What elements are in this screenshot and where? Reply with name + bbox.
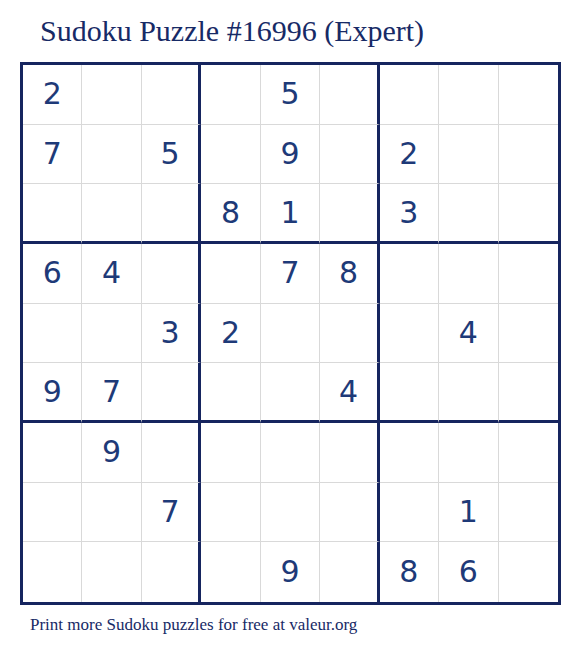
given-digit: 5 [280,79,299,109]
sudoku-cell-r4c6[interactable]: 8 [320,244,379,304]
sudoku-cell-r9c8[interactable]: 6 [439,542,498,602]
sudoku-cell-r2c3[interactable]: 5 [142,125,201,185]
sudoku-cell-r4c7[interactable] [380,244,439,304]
sudoku-cell-r1c5[interactable]: 5 [261,65,320,125]
sudoku-cell-r7c2[interactable]: 9 [82,423,141,483]
sudoku-cell-r4c1[interactable]: 6 [23,244,82,304]
given-digit: 9 [102,437,121,467]
sudoku-cell-r5c1[interactable] [23,304,82,364]
sudoku-cell-r5c5[interactable] [261,304,320,364]
given-digit: 5 [161,139,180,169]
given-digit: 3 [161,318,180,348]
given-digit: 7 [43,139,62,169]
sudoku-cell-r8c1[interactable] [23,483,82,543]
sudoku-cell-r8c9[interactable] [499,483,558,543]
sudoku-cell-r8c5[interactable] [261,483,320,543]
given-digit: 9 [280,139,299,169]
sudoku-cell-r9c5[interactable]: 9 [261,542,320,602]
sudoku-cell-r3c8[interactable] [439,184,498,244]
sudoku-cell-r1c3[interactable] [142,65,201,125]
sudoku-cell-r6c5[interactable] [261,363,320,423]
sudoku-cell-r3c5[interactable]: 1 [261,184,320,244]
given-digit: 4 [102,258,121,288]
given-digit: 8 [399,557,418,587]
given-digit: 2 [221,318,240,348]
sudoku-cell-r5c9[interactable] [499,304,558,364]
sudoku-cell-r1c4[interactable] [201,65,260,125]
sudoku-cell-r5c8[interactable]: 4 [439,304,498,364]
sudoku-cell-r7c7[interactable] [380,423,439,483]
sudoku-cell-r7c4[interactable] [201,423,260,483]
sudoku-cell-r4c9[interactable] [499,244,558,304]
sudoku-cell-r6c2[interactable]: 7 [82,363,141,423]
sudoku-cell-r7c1[interactable] [23,423,82,483]
sudoku-cell-r6c9[interactable] [499,363,558,423]
given-digit: 7 [161,497,180,527]
sudoku-cell-r6c1[interactable]: 9 [23,363,82,423]
sudoku-cell-r2c6[interactable] [320,125,379,185]
given-digit: 9 [43,377,62,407]
sudoku-board: 2575928136478324974971986 [20,62,561,605]
sudoku-cell-r8c8[interactable]: 1 [439,483,498,543]
sudoku-cell-r7c6[interactable] [320,423,379,483]
sudoku-cell-r2c5[interactable]: 9 [261,125,320,185]
sudoku-cell-r6c4[interactable] [201,363,260,423]
page-title: Sudoku Puzzle #16996 (Expert) [40,14,424,48]
sudoku-cell-r4c2[interactable]: 4 [82,244,141,304]
sudoku-cell-r4c3[interactable] [142,244,201,304]
footer-text: Print more Sudoku puzzles for free at va… [30,615,357,635]
sudoku-cell-r8c2[interactable] [82,483,141,543]
sudoku-cell-r5c7[interactable] [380,304,439,364]
sudoku-cell-r2c9[interactable] [499,125,558,185]
sudoku-cell-r1c9[interactable] [499,65,558,125]
sudoku-cell-r9c1[interactable] [23,542,82,602]
sudoku-cell-r2c8[interactable] [439,125,498,185]
given-digit: 6 [459,557,478,587]
sudoku-cell-r5c2[interactable] [82,304,141,364]
sudoku-cell-r8c6[interactable] [320,483,379,543]
sudoku-cell-r4c8[interactable] [439,244,498,304]
sudoku-cell-r1c8[interactable] [439,65,498,125]
sudoku-cell-r1c7[interactable] [380,65,439,125]
sudoku-cell-r3c4[interactable]: 8 [201,184,260,244]
sudoku-cell-r6c3[interactable] [142,363,201,423]
sudoku-cell-r3c7[interactable]: 3 [380,184,439,244]
given-digit: 2 [399,139,418,169]
given-digit: 6 [43,258,62,288]
sudoku-cell-r7c9[interactable] [499,423,558,483]
given-digit: 4 [459,318,478,348]
given-digit: 4 [339,377,358,407]
sudoku-cell-r9c9[interactable] [499,542,558,602]
sudoku-cell-r9c6[interactable] [320,542,379,602]
sudoku-cell-r3c2[interactable] [82,184,141,244]
sudoku-cell-r9c4[interactable] [201,542,260,602]
sudoku-cell-r1c2[interactable] [82,65,141,125]
given-digit: 7 [280,258,299,288]
sudoku-cell-r3c3[interactable] [142,184,201,244]
sudoku-cell-r4c5[interactable]: 7 [261,244,320,304]
sudoku-cell-r9c2[interactable] [82,542,141,602]
given-digit: 1 [280,198,299,228]
sudoku-cell-r5c6[interactable] [320,304,379,364]
sudoku-cell-r2c7[interactable]: 2 [380,125,439,185]
sudoku-cell-r4c4[interactable] [201,244,260,304]
given-digit: 3 [399,198,418,228]
sudoku-cell-r9c7[interactable]: 8 [380,542,439,602]
given-digit: 8 [221,198,240,228]
sudoku-cell-r6c8[interactable] [439,363,498,423]
sudoku-cell-r3c1[interactable] [23,184,82,244]
given-digit: 1 [459,497,478,527]
sudoku-cell-r2c1[interactable]: 7 [23,125,82,185]
sudoku-cell-r1c1[interactable]: 2 [23,65,82,125]
given-digit: 2 [43,79,62,109]
given-digit: 8 [339,258,358,288]
sudoku-cell-r2c4[interactable] [201,125,260,185]
sudoku-cell-r7c5[interactable] [261,423,320,483]
sudoku-cell-r9c3[interactable] [142,542,201,602]
sudoku-cell-r5c3[interactable]: 3 [142,304,201,364]
sudoku-cell-r8c4[interactable] [201,483,260,543]
sudoku-cell-r6c7[interactable] [380,363,439,423]
sudoku-cell-r5c4[interactable]: 2 [201,304,260,364]
sudoku-cell-r1c6[interactable] [320,65,379,125]
sudoku-cell-r6c6[interactable]: 4 [320,363,379,423]
sudoku-cell-r3c9[interactable] [499,184,558,244]
sudoku-cell-r2c2[interactable] [82,125,141,185]
given-digit: 9 [280,557,299,587]
given-digit: 7 [102,377,121,407]
sudoku-cell-r8c3[interactable]: 7 [142,483,201,543]
sudoku-cell-r7c3[interactable] [142,423,201,483]
sudoku-cell-r3c6[interactable] [320,184,379,244]
sudoku-cell-r8c7[interactable] [380,483,439,543]
sudoku-cell-r7c8[interactable] [439,423,498,483]
